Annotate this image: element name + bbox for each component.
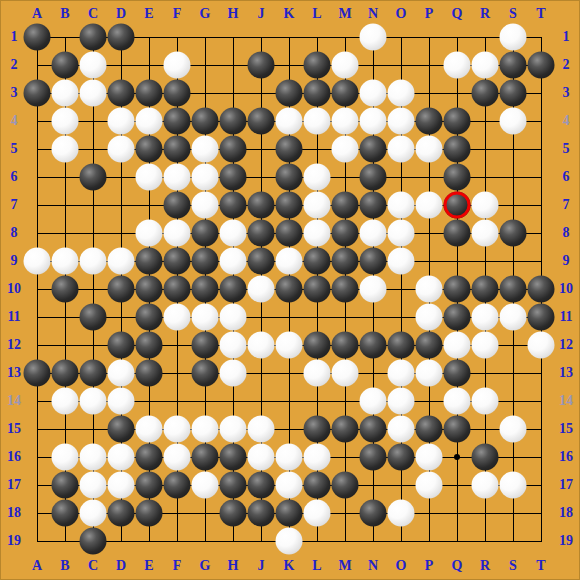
white-stone[interactable]	[500, 108, 527, 135]
column-label-top: O	[396, 7, 407, 21]
white-stone[interactable]	[220, 304, 247, 331]
column-label-bottom: D	[116, 559, 126, 573]
white-stone[interactable]	[472, 220, 499, 247]
white-stone[interactable]	[388, 136, 415, 163]
white-stone[interactable]	[52, 444, 79, 471]
black-stone[interactable]	[52, 276, 79, 303]
black-stone[interactable]	[304, 52, 331, 79]
column-label-bottom: B	[60, 559, 69, 573]
white-stone[interactable]	[80, 500, 107, 527]
column-label-bottom: P	[425, 559, 434, 573]
column-label-top: D	[116, 7, 126, 21]
black-stone[interactable]	[276, 276, 303, 303]
black-stone[interactable]	[24, 24, 51, 51]
column-label-top: M	[338, 7, 351, 21]
column-label-top: H	[228, 7, 239, 21]
row-label-right: 5	[563, 142, 570, 156]
white-stone[interactable]	[220, 360, 247, 387]
column-label-top: S	[509, 7, 517, 21]
black-stone[interactable]	[220, 500, 247, 527]
white-stone[interactable]	[472, 472, 499, 499]
black-stone[interactable]	[276, 192, 303, 219]
white-stone[interactable]	[108, 136, 135, 163]
white-stone[interactable]	[248, 444, 275, 471]
white-stone[interactable]	[332, 136, 359, 163]
row-label-right: 3	[563, 86, 570, 100]
white-stone[interactable]	[388, 192, 415, 219]
black-stone[interactable]	[136, 136, 163, 163]
white-stone[interactable]	[472, 52, 499, 79]
black-stone[interactable]	[80, 360, 107, 387]
black-stone[interactable]	[192, 248, 219, 275]
row-label-left: 9	[11, 254, 18, 268]
row-label-left: 18	[7, 506, 21, 520]
black-stone[interactable]	[388, 332, 415, 359]
white-stone[interactable]	[416, 192, 443, 219]
white-stone[interactable]	[108, 248, 135, 275]
black-stone[interactable]	[444, 136, 471, 163]
white-stone[interactable]	[248, 416, 275, 443]
column-label-top: T	[536, 7, 545, 21]
white-stone[interactable]	[164, 304, 191, 331]
white-stone[interactable]	[444, 388, 471, 415]
white-stone[interactable]	[416, 304, 443, 331]
black-stone[interactable]	[500, 276, 527, 303]
white-stone[interactable]	[192, 416, 219, 443]
white-stone[interactable]	[332, 108, 359, 135]
star-point	[454, 454, 460, 460]
black-stone[interactable]	[164, 472, 191, 499]
black-stone[interactable]	[304, 472, 331, 499]
black-stone[interactable]	[24, 360, 51, 387]
black-stone[interactable]	[248, 248, 275, 275]
black-stone[interactable]	[80, 164, 107, 191]
white-stone[interactable]	[304, 220, 331, 247]
white-stone[interactable]	[416, 444, 443, 471]
white-stone[interactable]	[360, 24, 387, 51]
black-stone[interactable]	[276, 220, 303, 247]
white-stone[interactable]	[80, 248, 107, 275]
white-stone[interactable]	[220, 220, 247, 247]
row-label-left: 6	[11, 170, 18, 184]
white-stone[interactable]	[192, 304, 219, 331]
black-stone[interactable]	[136, 304, 163, 331]
row-label-right: 13	[559, 366, 573, 380]
white-stone[interactable]	[388, 108, 415, 135]
white-stone[interactable]	[136, 220, 163, 247]
column-label-bottom: S	[509, 559, 517, 573]
white-stone[interactable]	[416, 136, 443, 163]
row-label-right: 14	[559, 394, 573, 408]
column-label-bottom: Q	[452, 559, 463, 573]
row-label-left: 11	[7, 310, 20, 324]
black-stone[interactable]	[52, 500, 79, 527]
black-stone[interactable]	[472, 276, 499, 303]
black-stone[interactable]	[220, 276, 247, 303]
white-stone[interactable]	[248, 276, 275, 303]
black-stone[interactable]	[108, 276, 135, 303]
white-stone[interactable]	[220, 248, 247, 275]
black-stone[interactable]	[248, 108, 275, 135]
white-stone[interactable]	[80, 388, 107, 415]
black-stone[interactable]	[136, 248, 163, 275]
black-stone[interactable]	[108, 332, 135, 359]
black-stone[interactable]	[136, 500, 163, 527]
column-label-top: E	[144, 7, 153, 21]
column-label-top: F	[173, 7, 182, 21]
white-stone[interactable]	[416, 276, 443, 303]
black-stone[interactable]	[52, 360, 79, 387]
column-label-top: P	[425, 7, 434, 21]
row-label-left: 12	[7, 338, 21, 352]
black-stone[interactable]	[276, 80, 303, 107]
black-stone[interactable]	[80, 304, 107, 331]
white-stone[interactable]	[332, 360, 359, 387]
row-label-right: 9	[563, 254, 570, 268]
white-stone[interactable]	[164, 416, 191, 443]
white-stone[interactable]	[164, 52, 191, 79]
column-label-bottom: K	[284, 559, 295, 573]
black-stone[interactable]	[360, 164, 387, 191]
black-stone[interactable]	[528, 52, 555, 79]
black-stone[interactable]	[500, 80, 527, 107]
white-stone[interactable]	[388, 500, 415, 527]
grid-line-vertical	[37, 37, 38, 542]
black-stone[interactable]	[304, 80, 331, 107]
row-label-right: 18	[559, 506, 573, 520]
white-stone[interactable]	[416, 360, 443, 387]
white-stone[interactable]	[388, 248, 415, 275]
white-stone[interactable]	[80, 444, 107, 471]
white-stone[interactable]	[444, 332, 471, 359]
black-stone[interactable]	[192, 108, 219, 135]
black-stone[interactable]	[444, 108, 471, 135]
row-label-left: 17	[7, 478, 21, 492]
black-stone[interactable]	[360, 332, 387, 359]
white-stone[interactable]	[388, 360, 415, 387]
row-label-left: 10	[7, 282, 21, 296]
black-stone[interactable]	[164, 108, 191, 135]
black-stone[interactable]	[416, 108, 443, 135]
black-stone[interactable]	[332, 220, 359, 247]
row-label-left: 15	[7, 422, 21, 436]
column-label-bottom: C	[88, 559, 98, 573]
black-stone[interactable]	[276, 164, 303, 191]
white-stone[interactable]	[304, 108, 331, 135]
black-stone[interactable]	[332, 192, 359, 219]
black-stone[interactable]	[500, 220, 527, 247]
black-stone[interactable]	[136, 360, 163, 387]
white-stone[interactable]	[52, 136, 79, 163]
white-stone[interactable]	[388, 416, 415, 443]
black-stone[interactable]	[360, 500, 387, 527]
column-label-top: N	[368, 7, 378, 21]
column-label-top: J	[258, 7, 265, 21]
row-label-right: 6	[563, 170, 570, 184]
white-stone[interactable]	[164, 444, 191, 471]
column-label-top: L	[312, 7, 321, 21]
white-stone[interactable]	[472, 304, 499, 331]
column-label-top: Q	[452, 7, 463, 21]
column-label-bottom: A	[32, 559, 42, 573]
row-label-left: 8	[11, 226, 18, 240]
white-stone[interactable]	[304, 500, 331, 527]
column-label-bottom: L	[312, 559, 321, 573]
white-stone[interactable]	[164, 220, 191, 247]
row-label-left: 2	[11, 58, 18, 72]
black-stone[interactable]	[360, 444, 387, 471]
black-stone[interactable]	[192, 220, 219, 247]
black-stone[interactable]	[248, 192, 275, 219]
black-stone[interactable]	[360, 248, 387, 275]
column-label-bottom: J	[258, 559, 265, 573]
black-stone[interactable]	[444, 192, 471, 219]
black-stone[interactable]	[444, 220, 471, 247]
column-label-top: C	[88, 7, 98, 21]
white-stone[interactable]	[108, 108, 135, 135]
black-stone[interactable]	[332, 332, 359, 359]
black-stone[interactable]	[24, 80, 51, 107]
white-stone[interactable]	[80, 472, 107, 499]
black-stone[interactable]	[80, 528, 107, 555]
black-stone[interactable]	[248, 472, 275, 499]
black-stone[interactable]	[332, 80, 359, 107]
black-stone[interactable]	[220, 108, 247, 135]
black-stone[interactable]	[136, 472, 163, 499]
black-stone[interactable]	[444, 164, 471, 191]
black-stone[interactable]	[304, 276, 331, 303]
white-stone[interactable]	[52, 108, 79, 135]
column-label-bottom: N	[368, 559, 378, 573]
white-stone[interactable]	[108, 444, 135, 471]
white-stone[interactable]	[472, 192, 499, 219]
white-stone[interactable]	[248, 332, 275, 359]
white-stone[interactable]	[304, 192, 331, 219]
row-label-right: 19	[559, 534, 573, 548]
black-stone[interactable]	[192, 444, 219, 471]
white-stone[interactable]	[52, 80, 79, 107]
black-stone[interactable]	[136, 332, 163, 359]
column-label-bottom: R	[480, 559, 490, 573]
white-stone[interactable]	[80, 80, 107, 107]
white-stone[interactable]	[472, 332, 499, 359]
white-stone[interactable]	[388, 220, 415, 247]
row-label-right: 11	[559, 310, 572, 324]
white-stone[interactable]	[108, 360, 135, 387]
row-label-left: 19	[7, 534, 21, 548]
black-stone[interactable]	[304, 248, 331, 275]
white-stone[interactable]	[80, 52, 107, 79]
white-stone[interactable]	[276, 332, 303, 359]
black-stone[interactable]	[220, 192, 247, 219]
white-stone[interactable]	[276, 472, 303, 499]
row-label-right: 12	[559, 338, 573, 352]
white-stone[interactable]	[388, 80, 415, 107]
white-stone[interactable]	[136, 108, 163, 135]
row-label-right: 16	[559, 450, 573, 464]
white-stone[interactable]	[108, 472, 135, 499]
row-label-right: 8	[563, 226, 570, 240]
black-stone[interactable]	[500, 52, 527, 79]
row-label-left: 4	[11, 114, 18, 128]
black-stone[interactable]	[528, 304, 555, 331]
row-label-left: 16	[7, 450, 21, 464]
row-label-right: 1	[563, 30, 570, 44]
black-stone[interactable]	[416, 416, 443, 443]
black-stone[interactable]	[528, 276, 555, 303]
black-stone[interactable]	[444, 304, 471, 331]
white-stone[interactable]	[192, 164, 219, 191]
black-stone[interactable]	[52, 52, 79, 79]
column-label-bottom: H	[228, 559, 239, 573]
black-stone[interactable]	[192, 360, 219, 387]
black-stone[interactable]	[164, 80, 191, 107]
white-stone[interactable]	[276, 248, 303, 275]
row-label-right: 2	[563, 58, 570, 72]
white-stone[interactable]	[136, 416, 163, 443]
black-stone[interactable]	[136, 444, 163, 471]
white-stone[interactable]	[388, 388, 415, 415]
white-stone[interactable]	[332, 52, 359, 79]
column-label-bottom: M	[338, 559, 351, 573]
black-stone[interactable]	[164, 136, 191, 163]
black-stone[interactable]	[360, 136, 387, 163]
row-label-right: 10	[559, 282, 573, 296]
white-stone[interactable]	[500, 24, 527, 51]
black-stone[interactable]	[416, 332, 443, 359]
black-stone[interactable]	[220, 136, 247, 163]
white-stone[interactable]	[192, 136, 219, 163]
black-stone[interactable]	[304, 416, 331, 443]
white-stone[interactable]	[304, 444, 331, 471]
black-stone[interactable]	[136, 80, 163, 107]
black-stone[interactable]	[444, 360, 471, 387]
row-label-right: 4	[563, 114, 570, 128]
white-stone[interactable]	[276, 444, 303, 471]
white-stone[interactable]	[360, 220, 387, 247]
black-stone[interactable]	[332, 472, 359, 499]
white-stone[interactable]	[108, 388, 135, 415]
white-stone[interactable]	[500, 416, 527, 443]
white-stone[interactable]	[220, 416, 247, 443]
black-stone[interactable]	[276, 500, 303, 527]
white-stone[interactable]	[444, 52, 471, 79]
black-stone[interactable]	[192, 332, 219, 359]
black-stone[interactable]	[304, 332, 331, 359]
black-stone[interactable]	[220, 164, 247, 191]
black-stone[interactable]	[220, 472, 247, 499]
column-label-bottom: T	[536, 559, 545, 573]
white-stone[interactable]	[192, 472, 219, 499]
white-stone[interactable]	[528, 332, 555, 359]
black-stone[interactable]	[248, 500, 275, 527]
black-stone[interactable]	[332, 276, 359, 303]
column-label-bottom: G	[200, 559, 211, 573]
white-stone[interactable]	[360, 276, 387, 303]
white-stone[interactable]	[276, 108, 303, 135]
black-stone[interactable]	[332, 416, 359, 443]
black-stone[interactable]	[164, 192, 191, 219]
column-label-bottom: F	[173, 559, 182, 573]
black-stone[interactable]	[108, 24, 135, 51]
white-stone[interactable]	[52, 248, 79, 275]
white-stone[interactable]	[360, 388, 387, 415]
black-stone[interactable]	[332, 248, 359, 275]
column-label-top: K	[284, 7, 295, 21]
black-stone[interactable]	[360, 416, 387, 443]
white-stone[interactable]	[220, 332, 247, 359]
row-label-left: 14	[7, 394, 21, 408]
column-label-bottom: O	[396, 559, 407, 573]
row-label-left: 3	[11, 86, 18, 100]
white-stone[interactable]	[52, 388, 79, 415]
black-stone[interactable]	[276, 136, 303, 163]
black-stone[interactable]	[248, 52, 275, 79]
go-board[interactable]: AABBCCDDEEFFGGHHJJKKLLMMNNOOPPQQRRSSTT11…	[0, 0, 580, 580]
white-stone[interactable]	[24, 248, 51, 275]
row-label-right: 7	[563, 198, 570, 212]
column-label-top: G	[200, 7, 211, 21]
white-stone[interactable]	[500, 304, 527, 331]
row-label-left: 1	[11, 30, 18, 44]
row-label-right: 15	[559, 422, 573, 436]
row-label-left: 13	[7, 366, 21, 380]
white-stone[interactable]	[360, 80, 387, 107]
black-stone[interactable]	[108, 416, 135, 443]
row-label-right: 17	[559, 478, 573, 492]
column-label-top: A	[32, 7, 42, 21]
black-stone[interactable]	[164, 248, 191, 275]
black-stone[interactable]	[192, 276, 219, 303]
black-stone[interactable]	[108, 500, 135, 527]
white-stone[interactable]	[304, 360, 331, 387]
white-stone[interactable]	[276, 528, 303, 555]
black-stone[interactable]	[136, 276, 163, 303]
white-stone[interactable]	[416, 472, 443, 499]
black-stone[interactable]	[472, 80, 499, 107]
column-label-top: R	[480, 7, 490, 21]
white-stone[interactable]	[164, 164, 191, 191]
row-label-left: 5	[11, 142, 18, 156]
white-stone[interactable]	[500, 472, 527, 499]
white-stone[interactable]	[472, 388, 499, 415]
black-stone[interactable]	[360, 192, 387, 219]
black-stone[interactable]	[220, 444, 247, 471]
black-stone[interactable]	[108, 80, 135, 107]
white-stone[interactable]	[360, 108, 387, 135]
white-stone[interactable]	[136, 164, 163, 191]
black-stone[interactable]	[52, 472, 79, 499]
black-stone[interactable]	[472, 444, 499, 471]
white-stone[interactable]	[304, 164, 331, 191]
column-label-top: B	[60, 7, 69, 21]
black-stone[interactable]	[80, 24, 107, 51]
black-stone[interactable]	[444, 276, 471, 303]
black-stone[interactable]	[388, 444, 415, 471]
white-stone[interactable]	[192, 192, 219, 219]
black-stone[interactable]	[164, 276, 191, 303]
column-label-bottom: E	[144, 559, 153, 573]
row-label-left: 7	[11, 198, 18, 212]
black-stone[interactable]	[248, 220, 275, 247]
black-stone[interactable]	[444, 416, 471, 443]
